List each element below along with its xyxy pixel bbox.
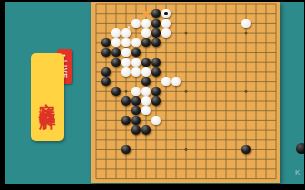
white-stone[interactable] [151,116,160,125]
white-stone[interactable] [121,58,130,67]
white-stone[interactable] [131,67,140,76]
white-stone[interactable] [141,28,150,37]
black-stone[interactable] [141,58,150,67]
white-stone[interactable] [141,106,150,115]
black-stone[interactable] [121,145,130,154]
letterbox-bar-top [0,0,304,2]
white-stone[interactable] [121,48,130,57]
black-stone[interactable] [151,67,160,76]
white-stone[interactable] [141,96,150,105]
white-stone[interactable] [161,28,170,37]
white-stone[interactable] [131,87,140,96]
white-stone[interactable] [241,19,250,28]
black-stone[interactable] [101,48,110,57]
black-stone[interactable] [121,116,130,125]
black-stone[interactable] [131,125,140,134]
white-stone[interactable] [121,67,130,76]
white-stone[interactable] [161,77,170,86]
black-stone[interactable] [131,48,140,57]
white-stone[interactable] [161,9,170,18]
white-stone[interactable] [131,58,140,67]
black-stone[interactable] [151,19,160,28]
white-stone[interactable] [171,77,180,86]
black-stone[interactable] [131,96,140,105]
go-board-surface[interactable] [91,2,280,183]
black-stone[interactable] [151,58,160,67]
video-frame: • LIVE 实战讲解 K [0,0,304,190]
white-stone[interactable] [121,28,130,37]
white-stone[interactable] [161,19,170,28]
white-stone[interactable] [111,28,120,37]
white-stone[interactable] [141,67,150,76]
black-stone[interactable] [131,106,140,115]
black-stone[interactable] [131,116,140,125]
black-stone[interactable] [121,96,130,105]
last-move-marker [164,12,167,15]
white-stone[interactable] [141,87,150,96]
black-stone[interactable] [151,28,160,37]
black-stone[interactable] [111,48,120,57]
black-stone[interactable] [101,67,110,76]
black-stone[interactable] [111,58,120,67]
edge-black-stone-graphic [296,143,305,154]
black-stone[interactable] [101,77,110,86]
black-stone[interactable] [111,87,120,96]
black-stone[interactable] [241,145,250,154]
black-stone[interactable] [151,9,160,18]
black-stone[interactable] [151,96,160,105]
highlight-plus-marker [143,11,149,17]
white-stone[interactable] [141,19,150,28]
white-stone[interactable] [131,19,140,28]
title-banner: 实战讲解 [31,53,64,141]
letterbox-bar-bottom [0,184,304,190]
black-stone[interactable] [141,125,150,134]
watermark-text: K [295,168,300,177]
black-stone[interactable] [141,77,150,86]
title-banner-text: 实战讲解 [31,90,64,104]
black-stone[interactable] [151,87,160,96]
letterbox-bar-left [0,0,5,190]
